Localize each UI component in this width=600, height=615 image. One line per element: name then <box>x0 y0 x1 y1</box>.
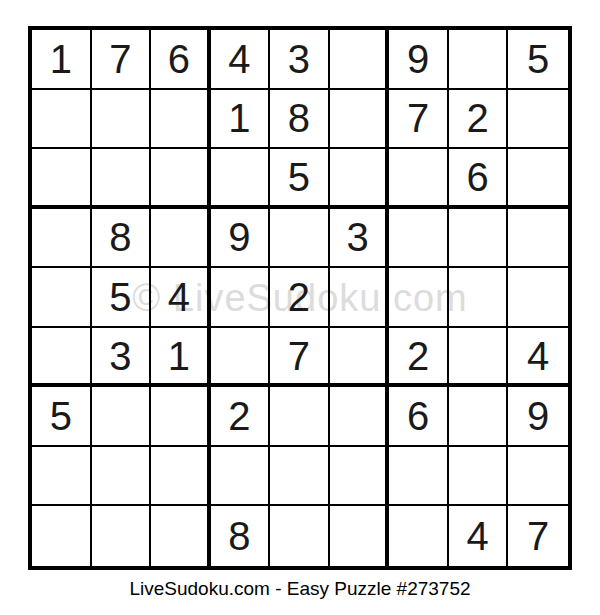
cell-r9c8[interactable]: 4 <box>449 506 509 566</box>
cell-r8c8[interactable] <box>449 447 509 507</box>
cell-r5c8[interactable] <box>449 268 509 328</box>
cell-r3c8[interactable]: 6 <box>449 149 509 209</box>
cell-r3c6[interactable] <box>330 149 390 209</box>
cell-r4c4[interactable]: 9 <box>211 209 271 269</box>
cell-r7c6[interactable] <box>330 387 390 447</box>
cell-r8c6[interactable] <box>330 447 390 507</box>
cell-r6c2[interactable]: 3 <box>92 328 152 388</box>
given-digit: 2 <box>467 98 489 138</box>
cell-r5c6[interactable] <box>330 268 390 328</box>
cell-r7c8[interactable] <box>449 387 509 447</box>
cell-r9c3[interactable] <box>151 506 211 566</box>
cell-r2c4[interactable]: 1 <box>211 90 271 150</box>
cell-r3c5[interactable]: 5 <box>270 149 330 209</box>
cell-r1c6[interactable] <box>330 30 390 90</box>
cell-r6c6[interactable] <box>330 328 390 388</box>
cell-r7c7[interactable]: 6 <box>389 387 449 447</box>
given-digit: 3 <box>109 336 131 376</box>
sudoku-page: © LiveSudoku.com 17643951872568935423172… <box>0 0 600 615</box>
given-digit: 7 <box>109 39 131 79</box>
given-digit: 6 <box>407 396 429 436</box>
cell-r3c1[interactable] <box>32 149 92 209</box>
given-digit: 3 <box>288 39 310 79</box>
cell-r9c1[interactable] <box>32 506 92 566</box>
given-digit: 2 <box>288 277 310 317</box>
cell-r8c5[interactable] <box>270 447 330 507</box>
cell-r7c4[interactable]: 2 <box>211 387 271 447</box>
given-digit: 7 <box>407 98 429 138</box>
given-digit: 7 <box>288 336 310 376</box>
cell-r8c4[interactable] <box>211 447 271 507</box>
cell-r6c9[interactable]: 4 <box>508 328 568 388</box>
cell-r2c5[interactable]: 8 <box>270 90 330 150</box>
given-digit: 9 <box>407 39 429 79</box>
cell-r9c2[interactable] <box>92 506 152 566</box>
given-digit: 5 <box>527 39 549 79</box>
cell-r4c8[interactable] <box>449 209 509 269</box>
cell-r2c9[interactable] <box>508 90 568 150</box>
given-digit: 5 <box>109 277 131 317</box>
given-digit: 9 <box>527 396 549 436</box>
cell-r1c3[interactable]: 6 <box>151 30 211 90</box>
cell-r9c4[interactable]: 8 <box>211 506 271 566</box>
cell-r5c3[interactable]: 4 <box>151 268 211 328</box>
cell-r4c3[interactable] <box>151 209 211 269</box>
cell-r2c6[interactable] <box>330 90 390 150</box>
cell-r5c9[interactable] <box>508 268 568 328</box>
given-digit: 8 <box>288 98 310 138</box>
cell-r7c1[interactable]: 5 <box>32 387 92 447</box>
cell-r4c1[interactable] <box>32 209 92 269</box>
cell-r3c4[interactable] <box>211 149 271 209</box>
cell-r2c2[interactable] <box>92 90 152 150</box>
given-digit: 1 <box>50 39 72 79</box>
cell-r7c3[interactable] <box>151 387 211 447</box>
given-digit: 5 <box>288 157 310 197</box>
cell-r5c4[interactable] <box>211 268 271 328</box>
cell-r1c9[interactable]: 5 <box>508 30 568 90</box>
cell-r7c5[interactable] <box>270 387 330 447</box>
given-digit: 4 <box>527 336 549 376</box>
cell-r9c5[interactable] <box>270 506 330 566</box>
given-digit: 5 <box>50 396 72 436</box>
given-digit: 2 <box>228 396 250 436</box>
cell-r5c7[interactable] <box>389 268 449 328</box>
cell-r8c3[interactable] <box>151 447 211 507</box>
given-digit: 8 <box>109 217 131 257</box>
cell-r1c1[interactable]: 1 <box>32 30 92 90</box>
cell-r6c4[interactable] <box>211 328 271 388</box>
cell-r3c2[interactable] <box>92 149 152 209</box>
given-digit: 2 <box>407 336 429 376</box>
given-digit: 1 <box>228 98 250 138</box>
puzzle-caption: LiveSudoku.com - Easy Puzzle #273752 <box>0 578 600 600</box>
cell-r7c2[interactable] <box>92 387 152 447</box>
cell-r4c7[interactable] <box>389 209 449 269</box>
cell-r3c7[interactable] <box>389 149 449 209</box>
cell-r4c2[interactable]: 8 <box>92 209 152 269</box>
cell-r7c9[interactable]: 9 <box>508 387 568 447</box>
cell-r2c7[interactable]: 7 <box>389 90 449 150</box>
cell-r3c9[interactable] <box>508 149 568 209</box>
cell-r2c1[interactable] <box>32 90 92 150</box>
cell-r6c7[interactable]: 2 <box>389 328 449 388</box>
given-digit: 4 <box>467 516 489 556</box>
cell-r4c5[interactable] <box>270 209 330 269</box>
cell-r6c1[interactable] <box>32 328 92 388</box>
cell-r5c1[interactable] <box>32 268 92 328</box>
given-digit: 3 <box>346 217 368 257</box>
given-digit: 9 <box>228 217 250 257</box>
cell-r6c5[interactable]: 7 <box>270 328 330 388</box>
given-digit: 8 <box>228 516 250 556</box>
cell-r2c8[interactable]: 2 <box>449 90 509 150</box>
cell-r1c5[interactable]: 3 <box>270 30 330 90</box>
cell-r1c2[interactable]: 7 <box>92 30 152 90</box>
cell-r5c2[interactable]: 5 <box>92 268 152 328</box>
given-digit: 6 <box>467 157 489 197</box>
cell-r9c7[interactable] <box>389 506 449 566</box>
given-digit: 4 <box>168 277 190 317</box>
given-digit: 4 <box>228 39 250 79</box>
cell-r8c7[interactable] <box>389 447 449 507</box>
given-digit: 1 <box>168 336 190 376</box>
cell-r5c5[interactable]: 2 <box>270 268 330 328</box>
given-digit: 6 <box>168 39 190 79</box>
cell-r6c8[interactable] <box>449 328 509 388</box>
sudoku-grid: 1764395187256893542317245269847 <box>32 30 568 566</box>
given-digit: 7 <box>527 516 549 556</box>
cell-r1c7[interactable]: 9 <box>389 30 449 90</box>
cell-r3c3[interactable] <box>151 149 211 209</box>
cell-r8c1[interactable] <box>32 447 92 507</box>
cell-r8c2[interactable] <box>92 447 152 507</box>
cell-r4c9[interactable] <box>508 209 568 269</box>
sudoku-board: © LiveSudoku.com 17643951872568935423172… <box>28 26 572 570</box>
cell-r1c8[interactable] <box>449 30 509 90</box>
cell-r2c3[interactable] <box>151 90 211 150</box>
cell-r6c3[interactable]: 1 <box>151 328 211 388</box>
cell-r9c6[interactable] <box>330 506 390 566</box>
cell-r8c9[interactable] <box>508 447 568 507</box>
cell-r9c9[interactable]: 7 <box>508 506 568 566</box>
cell-r1c4[interactable]: 4 <box>211 30 271 90</box>
cell-r4c6[interactable]: 3 <box>330 209 390 269</box>
